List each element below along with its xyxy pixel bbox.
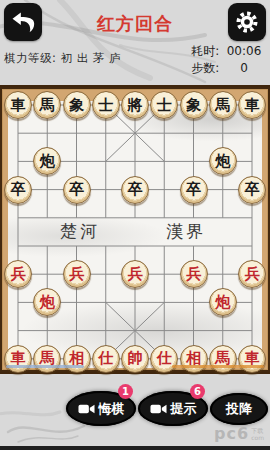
xiangqi-board[interactable]: 楚河 漢界 車馬象士將士象馬車炮炮卒卒卒卒卒兵兵兵兵兵炮炮車馬相仕帥仕相馬車 [0, 85, 270, 374]
piece-black-炮-r2c7[interactable]: 炮 [209, 147, 237, 175]
move-count-label: 步数: [191, 61, 219, 75]
frame-watermark-right [172, 365, 264, 368]
piece-black-卒-r3c4[interactable]: 卒 [121, 176, 149, 204]
hint-button[interactable]: 提示 6 [138, 391, 208, 426]
piece-black-卒-r3c8[interactable]: 卒 [238, 176, 266, 204]
gear-icon [233, 8, 261, 36]
video-camera-icon [150, 403, 167, 415]
skill-level-line: 棋力等级: 初 出 茅 庐 [4, 51, 121, 66]
resign-button-label: 投降 [226, 400, 252, 418]
river-label-right: 漢界 [166, 220, 206, 243]
piece-black-車-r0c0[interactable]: 車 [4, 91, 32, 119]
move-count-row: 步数: 0 [191, 60, 265, 77]
river-label: 楚河 漢界 [18, 217, 252, 246]
watermark-sub: 下载 com [251, 427, 264, 441]
piece-black-象-r0c6[interactable]: 象 [180, 91, 208, 119]
elapsed-time-label: 耗时: [191, 44, 219, 58]
board-frame-strip [0, 363, 270, 371]
piece-red-兵-r6c2[interactable]: 兵 [63, 260, 91, 288]
undo-count-badge: 1 [118, 384, 133, 399]
piece-black-卒-r3c2[interactable]: 卒 [63, 176, 91, 204]
game-stats: 耗时: 00:06 步数: 0 [191, 43, 265, 77]
piece-black-士-r0c3[interactable]: 士 [92, 91, 120, 119]
piece-red-兵-r6c0[interactable]: 兵 [4, 260, 32, 288]
video-camera-icon [78, 403, 95, 415]
piece-black-象-r0c2[interactable]: 象 [63, 91, 91, 119]
piece-red-兵-r6c6[interactable]: 兵 [180, 260, 208, 288]
undo-button-label: 悔棋 [99, 400, 125, 418]
piece-black-卒-r3c0[interactable]: 卒 [4, 176, 32, 204]
resign-button[interactable]: 投降 [210, 393, 268, 425]
elapsed-time-row: 耗时: 00:06 [191, 43, 265, 60]
move-count-value: 0 [223, 60, 265, 77]
settings-button[interactable] [228, 3, 266, 41]
river-label-left: 楚河 [60, 220, 100, 243]
skill-level-label: 棋力等级: [4, 51, 56, 65]
hint-button-label: 提示 [171, 400, 197, 418]
piece-black-馬-r0c7[interactable]: 馬 [209, 91, 237, 119]
site-watermark: pc6 下载 com [214, 424, 264, 443]
undo-move-button[interactable]: 悔棋 1 [66, 391, 136, 426]
piece-red-兵-r6c4[interactable]: 兵 [121, 260, 149, 288]
frame-watermark-left [6, 365, 84, 368]
piece-black-車-r0c8[interactable]: 車 [238, 91, 266, 119]
skill-level-value: 初 出 茅 庐 [61, 51, 121, 65]
app-screen: 红方回合 棋力等级: 初 出 茅 庐 耗时: 00:06 步数: 0 楚河 漢界… [0, 0, 270, 450]
elapsed-time-value: 00:06 [223, 43, 265, 60]
piece-black-卒-r3c6[interactable]: 卒 [180, 176, 208, 204]
watermark-main: pc6 [214, 424, 249, 443]
piece-red-兵-r6c8[interactable]: 兵 [238, 260, 266, 288]
bottom-edge-bar [0, 446, 270, 450]
hint-count-badge: 6 [190, 384, 205, 399]
piece-red-炮-r7c7[interactable]: 炮 [209, 288, 237, 316]
piece-black-將-r0c4[interactable]: 將 [121, 91, 149, 119]
